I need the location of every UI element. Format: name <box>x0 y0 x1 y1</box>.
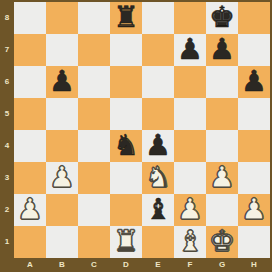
piece-black-pawn: ♟ <box>46 66 78 98</box>
square-c2[interactable] <box>78 194 110 226</box>
square-a2[interactable]: ♟ <box>14 194 46 226</box>
square-f4[interactable] <box>174 130 206 162</box>
piece-white-pawn: ♟ <box>46 162 78 194</box>
square-g5[interactable] <box>206 98 238 130</box>
rank-label-8: 8 <box>0 2 14 34</box>
piece-white-pawn: ♟ <box>174 194 206 226</box>
chess-board: ♜♚♟♟♟♟♞♟♟♞♟♟♝♟♟♜♝♚ <box>14 2 270 258</box>
square-a4[interactable] <box>14 130 46 162</box>
square-c6[interactable] <box>78 66 110 98</box>
piece-black-rook: ♜ <box>110 2 142 34</box>
square-d6[interactable] <box>110 66 142 98</box>
square-h8[interactable] <box>238 2 270 34</box>
square-b2[interactable] <box>46 194 78 226</box>
square-e1[interactable] <box>142 226 174 258</box>
square-d1[interactable]: ♜ <box>110 226 142 258</box>
piece-black-knight: ♞ <box>110 130 142 162</box>
square-h7[interactable] <box>238 34 270 66</box>
piece-black-pawn: ♟ <box>142 130 174 162</box>
square-c5[interactable] <box>78 98 110 130</box>
piece-black-bishop: ♝ <box>142 194 174 226</box>
square-g3[interactable]: ♟ <box>206 162 238 194</box>
file-label-h: H <box>238 258 270 272</box>
piece-black-king: ♚ <box>206 2 238 34</box>
file-label-b: B <box>46 258 78 272</box>
square-f7[interactable]: ♟ <box>174 34 206 66</box>
square-d2[interactable] <box>110 194 142 226</box>
square-b4[interactable] <box>46 130 78 162</box>
square-b8[interactable] <box>46 2 78 34</box>
square-b3[interactable]: ♟ <box>46 162 78 194</box>
square-e8[interactable] <box>142 2 174 34</box>
rank-label-6: 6 <box>0 66 14 98</box>
square-b5[interactable] <box>46 98 78 130</box>
rank-labels: 87654321 <box>0 2 14 258</box>
square-g6[interactable] <box>206 66 238 98</box>
square-g8[interactable]: ♚ <box>206 2 238 34</box>
square-b7[interactable] <box>46 34 78 66</box>
piece-white-rook: ♜ <box>110 226 142 258</box>
rank-label-5: 5 <box>0 98 14 130</box>
square-g2[interactable] <box>206 194 238 226</box>
square-e2[interactable]: ♝ <box>142 194 174 226</box>
square-a1[interactable] <box>14 226 46 258</box>
rank-label-3: 3 <box>0 162 14 194</box>
square-e6[interactable] <box>142 66 174 98</box>
square-h1[interactable] <box>238 226 270 258</box>
rank-label-2: 2 <box>0 194 14 226</box>
square-a3[interactable] <box>14 162 46 194</box>
file-label-d: D <box>110 258 142 272</box>
chess-board-frame: 87654321 ♜♚♟♟♟♟♞♟♟♞♟♟♝♟♟♜♝♚ ABCDEFGH <box>0 0 272 272</box>
square-b1[interactable] <box>46 226 78 258</box>
square-h2[interactable]: ♟ <box>238 194 270 226</box>
square-b6[interactable]: ♟ <box>46 66 78 98</box>
square-d8[interactable]: ♜ <box>110 2 142 34</box>
square-a8[interactable] <box>14 2 46 34</box>
file-label-f: F <box>174 258 206 272</box>
square-h5[interactable] <box>238 98 270 130</box>
square-g1[interactable]: ♚ <box>206 226 238 258</box>
rank-label-7: 7 <box>0 34 14 66</box>
square-c7[interactable] <box>78 34 110 66</box>
file-label-e: E <box>142 258 174 272</box>
square-d5[interactable] <box>110 98 142 130</box>
file-label-g: G <box>206 258 238 272</box>
square-f5[interactable] <box>174 98 206 130</box>
square-f2[interactable]: ♟ <box>174 194 206 226</box>
square-f6[interactable] <box>174 66 206 98</box>
square-c4[interactable] <box>78 130 110 162</box>
file-label-c: C <box>78 258 110 272</box>
square-h3[interactable] <box>238 162 270 194</box>
square-h6[interactable]: ♟ <box>238 66 270 98</box>
square-d4[interactable]: ♞ <box>110 130 142 162</box>
square-h4[interactable] <box>238 130 270 162</box>
piece-white-pawn: ♟ <box>14 194 46 226</box>
square-g7[interactable]: ♟ <box>206 34 238 66</box>
square-c3[interactable] <box>78 162 110 194</box>
piece-white-king: ♚ <box>206 226 238 258</box>
file-labels: ABCDEFGH <box>14 258 270 272</box>
square-c1[interactable] <box>78 226 110 258</box>
square-e3[interactable]: ♞ <box>142 162 174 194</box>
piece-white-pawn: ♟ <box>206 162 238 194</box>
piece-white-pawn: ♟ <box>238 194 270 226</box>
square-a6[interactable] <box>14 66 46 98</box>
piece-white-knight: ♞ <box>142 162 174 194</box>
square-g4[interactable] <box>206 130 238 162</box>
square-f8[interactable] <box>174 2 206 34</box>
square-a5[interactable] <box>14 98 46 130</box>
square-e5[interactable] <box>142 98 174 130</box>
rank-label-1: 1 <box>0 226 14 258</box>
square-c8[interactable] <box>78 2 110 34</box>
square-a7[interactable] <box>14 34 46 66</box>
piece-black-pawn: ♟ <box>238 66 270 98</box>
square-f3[interactable] <box>174 162 206 194</box>
rank-label-4: 4 <box>0 130 14 162</box>
piece-white-bishop: ♝ <box>174 226 206 258</box>
square-e4[interactable]: ♟ <box>142 130 174 162</box>
piece-black-pawn: ♟ <box>174 34 206 66</box>
square-f1[interactable]: ♝ <box>174 226 206 258</box>
square-e7[interactable] <box>142 34 174 66</box>
file-label-a: A <box>14 258 46 272</box>
square-d3[interactable] <box>110 162 142 194</box>
square-d7[interactable] <box>110 34 142 66</box>
piece-black-pawn: ♟ <box>206 34 238 66</box>
